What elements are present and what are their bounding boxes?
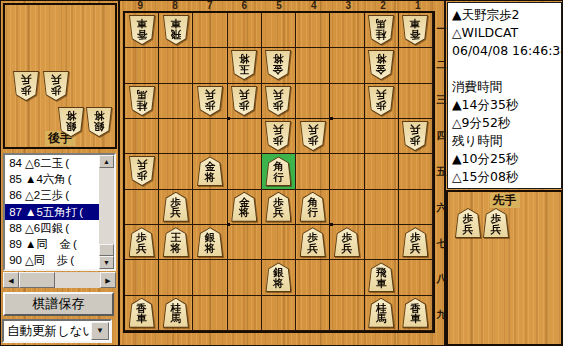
info-line [452, 60, 561, 78]
info-line: △WILDCAT [452, 24, 561, 42]
gote-hand-tray: 後手 歩兵歩兵銀将銀将 [3, 3, 117, 149]
piece-kanji: 兵 [21, 75, 32, 86]
piece-kanji: 金 [376, 65, 387, 76]
piece-kanji: 香 [136, 30, 147, 41]
rank-label: 一 [436, 11, 447, 47]
move-list-vertical-scrollbar[interactable]: ▲ ▼ [99, 155, 114, 269]
piece-kanji: 兵 [410, 243, 421, 254]
shogi-piece-sente-銀将[interactable]: 銀将 [265, 262, 291, 292]
scroll-left-icon[interactable]: ◀ [3, 272, 19, 288]
square-8三[interactable] [159, 84, 193, 119]
shogi-piece-sente-歩兵[interactable]: 歩兵 [300, 227, 326, 257]
square-4一[interactable] [296, 13, 330, 48]
square-6三[interactable]: 歩兵 [228, 84, 262, 119]
piece-kanji: 車 [171, 19, 182, 30]
square-5二[interactable]: 金将 [262, 48, 296, 83]
piece-kanji: 歩 [51, 86, 62, 97]
square-5七[interactable] [262, 225, 296, 260]
file-label: 8 [158, 1, 193, 11]
move-text: 90 [7, 252, 22, 268]
square-5六[interactable]: 歩兵 [262, 190, 296, 225]
square-9六[interactable] [125, 190, 159, 225]
file-label: 6 [227, 1, 262, 11]
square-9九[interactable]: 香車 [125, 296, 159, 331]
square-6四[interactable] [228, 119, 262, 154]
square-3五[interactable] [330, 154, 364, 189]
shogi-piece-sente-角行[interactable]: 角行 [300, 192, 326, 222]
piece-kanji: 歩 [205, 100, 216, 111]
piece-kanji: 歩 [463, 213, 474, 224]
piece-kanji: 兵 [171, 207, 182, 218]
square-9二[interactable] [125, 48, 159, 83]
scroll-down-icon[interactable]: ▼ [99, 256, 114, 269]
square-3二[interactable] [330, 48, 364, 83]
move-text: 87 [7, 204, 22, 220]
piece-kanji: 兵 [491, 224, 502, 235]
square-8七[interactable]: 王将 [159, 225, 193, 260]
move-text: ( [70, 254, 74, 266]
piece-kanji: 歩 [307, 136, 318, 147]
piece-kanji: 兵 [273, 90, 284, 101]
star-point [227, 117, 230, 120]
square-4三[interactable] [296, 84, 330, 119]
shogi-piece-gote-桂馬[interactable]: 桂馬 [129, 86, 155, 116]
square-7二[interactable] [193, 48, 227, 83]
piece-kanji: 将 [239, 207, 250, 218]
shogi-piece-sente-歩兵[interactable]: 歩兵 [402, 227, 428, 257]
move-text: 84 [7, 155, 22, 171]
move-list-row-84[interactable]: 84△6二玉( [5, 155, 99, 171]
piece-kanji: 兵 [273, 125, 284, 136]
square-7六[interactable] [193, 190, 227, 225]
shogi-piece-gote-金将[interactable]: 金将 [368, 50, 394, 80]
move-list-rows: 84△6二玉(85▲4六角(86△2三歩(87▲5五角打(88△6四銀(89▲同… [5, 155, 99, 269]
square-9四[interactable] [125, 119, 159, 154]
move-text: ( [79, 206, 83, 218]
piece-kanji: 車 [136, 313, 147, 324]
piece-kanji: 兵 [307, 243, 318, 254]
piece-kanji: 将 [205, 172, 216, 183]
file-label: 1 [400, 1, 435, 11]
square-6八[interactable] [228, 260, 262, 295]
file-label: 9 [123, 1, 158, 11]
piece-kanji: 兵 [410, 125, 421, 136]
piece-kanji: 歩 [239, 100, 250, 111]
piece-kanji: 歩 [376, 100, 387, 111]
piece-kanji: 兵 [463, 224, 474, 235]
piece-kanji: 行 [273, 172, 284, 183]
star-point [330, 117, 333, 120]
square-2八[interactable]: 飛車 [365, 260, 399, 295]
shogi-piece-sente-角行[interactable]: 角行 [265, 156, 291, 186]
shogi-piece-gote-香車[interactable]: 香車 [402, 15, 428, 45]
square-7三[interactable]: 歩兵 [193, 84, 227, 119]
shogi-piece-gote-飛車[interactable]: 飛車 [163, 15, 189, 45]
square-4四[interactable]: 歩兵 [296, 119, 330, 154]
move-text: ( [73, 238, 77, 250]
info-line: ▲天野宗歩2 [452, 6, 561, 24]
info-line: 06/04/08 16:46:34 [452, 42, 561, 60]
piece-kanji: 桂 [376, 30, 387, 41]
shogi-piece-gote-銀将[interactable]: 銀将 [86, 107, 112, 137]
square-9一[interactable]: 香車 [125, 13, 159, 48]
shogi-board: 香車飛車桂馬香車玉将金将金将桂馬歩兵歩兵歩兵歩兵歩兵歩兵歩兵歩兵金将角行歩兵金将… [123, 11, 435, 333]
shogi-piece-gote-歩兵[interactable]: 歩兵 [43, 71, 69, 101]
vertical-scroll-thumb[interactable] [99, 244, 114, 256]
square-3六[interactable] [330, 190, 364, 225]
move-list-row-86[interactable]: 86△2三歩( [5, 187, 99, 203]
sente-hand-tray: 先手 歩兵歩兵 [446, 190, 563, 346]
piece-kanji: 兵 [376, 90, 387, 101]
move-list-row-90[interactable]: 90△同 歩( [5, 252, 99, 268]
piece-kanji: 歩 [273, 100, 284, 111]
square-1六[interactable] [399, 190, 433, 225]
shogi-client-window: 後手 歩兵歩兵銀将銀将 84△6二玉(85▲4六角(86△2三歩(87▲5五角打… [0, 0, 563, 346]
shogi-piece-gote-歩兵[interactable]: 歩兵 [368, 86, 394, 116]
shogi-piece-sente-歩兵[interactable]: 歩兵 [129, 227, 155, 257]
square-9七[interactable]: 歩兵 [125, 225, 159, 260]
square-7五[interactable]: 金将 [193, 154, 227, 189]
shogi-piece-gote-歩兵[interactable]: 歩兵 [231, 86, 257, 116]
shogi-piece-gote-香車[interactable]: 香車 [129, 15, 155, 45]
piece-kanji: 銀 [66, 122, 77, 133]
square-7九[interactable] [193, 296, 227, 331]
piece-kanji: 車 [410, 313, 421, 324]
piece-kanji: 兵 [307, 125, 318, 136]
shogi-piece-sente-歩兵[interactable]: 歩兵 [455, 208, 481, 238]
square-6六[interactable]: 金将 [228, 190, 262, 225]
shogi-piece-sente-金将[interactable]: 金将 [231, 192, 257, 222]
piece-kanji: 馬 [376, 19, 387, 30]
move-text: 85 [7, 171, 22, 187]
square-6七[interactable] [228, 225, 262, 260]
square-1二[interactable] [399, 48, 433, 83]
square-1九[interactable]: 香車 [399, 296, 433, 331]
piece-kanji: 将 [171, 243, 182, 254]
shogi-piece-gote-歩兵[interactable]: 歩兵 [265, 86, 291, 116]
auto-update-dropdown-value: 自動更新しない [7, 323, 95, 340]
file-label: 2 [366, 1, 401, 11]
shogi-piece-gote-桂馬[interactable]: 桂馬 [368, 15, 394, 45]
shogi-piece-sente-桂馬[interactable]: 桂馬 [368, 298, 394, 328]
dropdown-arrow-icon[interactable]: ▼ [91, 322, 109, 340]
piece-kanji: 行 [307, 207, 318, 218]
square-1五[interactable] [399, 154, 433, 189]
move-text: 89 [7, 236, 22, 252]
square-2九[interactable]: 桂馬 [365, 296, 399, 331]
piece-kanji: 将 [376, 54, 387, 65]
square-8四[interactable] [159, 119, 193, 154]
piece-kanji: 玉 [239, 65, 250, 76]
piece-kanji: 歩 [21, 86, 32, 97]
move-text: 86 [7, 187, 22, 203]
square-4二[interactable] [296, 48, 330, 83]
square-8六[interactable]: 歩兵 [159, 190, 193, 225]
square-2四[interactable] [365, 119, 399, 154]
square-4九[interactable] [296, 296, 330, 331]
move-text: ▲同 金 [25, 238, 71, 250]
piece-kanji: 銀 [94, 122, 105, 133]
scroll-right-icon[interactable]: ▶ [100, 272, 116, 288]
square-5三[interactable]: 歩兵 [262, 84, 296, 119]
piece-kanji: 兵 [342, 243, 353, 254]
info-line: 残り時間 [452, 132, 561, 150]
piece-kanji: 兵 [136, 160, 147, 171]
piece-kanji: 兵 [205, 90, 216, 101]
square-3四[interactable] [330, 119, 364, 154]
piece-kanji: 将 [66, 111, 77, 122]
square-1八[interactable] [399, 260, 433, 295]
square-5九[interactable] [262, 296, 296, 331]
shogi-piece-sente-歩兵[interactable]: 歩兵 [163, 192, 189, 222]
file-label: 4 [296, 1, 331, 11]
square-2三[interactable]: 歩兵 [365, 84, 399, 119]
piece-kanji: 車 [410, 19, 421, 30]
piece-kanji: 歩 [410, 136, 421, 147]
piece-kanji: 歩 [136, 171, 147, 182]
auto-update-dropdown[interactable]: 自動更新しない ▼ [2, 319, 112, 343]
square-8二[interactable] [159, 48, 193, 83]
file-label: 7 [192, 1, 227, 11]
piece-kanji: 兵 [51, 75, 62, 86]
piece-kanji: 馬 [136, 90, 147, 101]
square-2一[interactable]: 桂馬 [365, 13, 399, 48]
square-7一[interactable] [193, 13, 227, 48]
shogi-piece-gote-歩兵[interactable]: 歩兵 [197, 86, 223, 116]
move-text: △同 歩 [25, 254, 68, 266]
square-3三[interactable] [330, 84, 364, 119]
square-9五[interactable]: 歩兵 [125, 154, 159, 189]
info-line: ▲14分35秒 [452, 96, 561, 114]
piece-kanji: 将 [94, 111, 105, 122]
info-panel-lines: ▲天野宗歩2△WILDCAT06/04/08 16:46:34 消費時間▲14分… [452, 6, 561, 186]
square-2五[interactable] [365, 154, 399, 189]
square-6二[interactable]: 玉将 [228, 48, 262, 83]
shogi-piece-sente-歩兵[interactable]: 歩兵 [334, 227, 360, 257]
horizontal-scroll-thumb[interactable] [19, 272, 55, 288]
square-4七[interactable]: 歩兵 [296, 225, 330, 260]
shogi-piece-sente-歩兵[interactable]: 歩兵 [265, 192, 291, 222]
piece-kanji: 馬 [376, 313, 387, 324]
info-line: ▲10分25秒 [452, 150, 561, 168]
file-labels: 987654321 [123, 1, 435, 11]
square-2二[interactable]: 金将 [365, 48, 399, 83]
piece-kanji: 香 [410, 30, 421, 41]
move-text: ( [65, 222, 69, 234]
piece-kanji: 馬 [171, 313, 182, 324]
piece-kanji: 桂 [136, 100, 147, 111]
move-text: 88 [7, 220, 22, 236]
left-separator [118, 1, 120, 346]
rank-label: 四 [436, 118, 447, 154]
piece-kanji: 将 [239, 54, 250, 65]
info-line: 消費時間 [452, 78, 561, 96]
move-text: ▲5五角打 [25, 206, 77, 218]
star-point [227, 223, 230, 226]
square-7八[interactable] [193, 260, 227, 295]
square-3九[interactable] [330, 296, 364, 331]
square-8八[interactable] [159, 260, 193, 295]
square-4六[interactable]: 角行 [296, 190, 330, 225]
move-list-horizontal-scrollbar[interactable]: ◀ ▶ [3, 272, 116, 288]
piece-kanji: 兵 [239, 90, 250, 101]
shogi-piece-gote-歩兵[interactable]: 歩兵 [265, 121, 291, 151]
shogi-piece-sente-桂馬[interactable]: 桂馬 [163, 298, 189, 328]
square-8一[interactable]: 飛車 [159, 13, 193, 48]
star-point [330, 223, 333, 226]
shogi-piece-sente-香車[interactable]: 香車 [402, 298, 428, 328]
square-5五[interactable]: 角行 [262, 154, 296, 189]
shogi-piece-sente-香車[interactable]: 香車 [129, 298, 155, 328]
move-text: △6四銀 [25, 222, 63, 234]
square-6九[interactable] [228, 296, 262, 331]
rank-label: 五 [436, 154, 447, 190]
square-2六[interactable] [365, 190, 399, 225]
move-list-row-85[interactable]: 85▲4六角( [5, 171, 99, 187]
piece-kanji: 金 [273, 65, 284, 76]
game-info-panel: ▲天野宗歩2△WILDCAT06/04/08 16:46:34 消費時間▲14分… [447, 2, 562, 189]
square-3七[interactable]: 歩兵 [330, 225, 364, 260]
square-5一[interactable] [262, 13, 296, 48]
square-4八[interactable] [296, 260, 330, 295]
move-text: △2三歩 [25, 189, 63, 201]
piece-kanji: 飛 [171, 30, 182, 41]
square-6一[interactable] [228, 13, 262, 48]
piece-kanji: 車 [136, 19, 147, 30]
move-text: △6二玉 [25, 157, 63, 169]
move-list-row-87[interactable]: 87▲5五角打( [5, 204, 99, 220]
shogi-piece-sente-飛車[interactable]: 飛車 [368, 262, 394, 292]
info-line: △15分08秒 [452, 168, 561, 186]
piece-kanji: 兵 [136, 243, 147, 254]
shogi-piece-sente-金将[interactable]: 金将 [197, 156, 223, 186]
square-1四[interactable]: 歩兵 [399, 119, 433, 154]
info-line: △9分52秒 [452, 114, 561, 132]
square-1一[interactable]: 香車 [399, 13, 433, 48]
file-label: 3 [331, 1, 366, 11]
move-list-row-89[interactable]: 89▲同 金( [5, 236, 99, 252]
square-3一[interactable] [330, 13, 364, 48]
piece-kanji: 車 [376, 278, 387, 289]
move-text: ( [65, 189, 69, 201]
square-7七[interactable]: 銀将 [193, 225, 227, 260]
shogi-piece-gote-金将[interactable]: 金将 [265, 50, 291, 80]
shogi-piece-gote-歩兵[interactable]: 歩兵 [129, 156, 155, 186]
square-5四[interactable]: 歩兵 [262, 119, 296, 154]
piece-kanji: 歩 [491, 213, 502, 224]
sente-label: 先手 [490, 193, 520, 208]
square-6五[interactable] [228, 154, 262, 189]
square-4五[interactable] [296, 154, 330, 189]
scroll-up-icon[interactable]: ▲ [99, 155, 114, 168]
shogi-piece-gote-玉将[interactable]: 玉将 [231, 50, 257, 80]
square-5八[interactable]: 銀将 [262, 260, 296, 295]
piece-kanji: 兵 [273, 207, 284, 218]
move-text: ( [68, 173, 72, 185]
shogi-piece-gote-歩兵[interactable]: 歩兵 [13, 71, 39, 101]
square-9八[interactable] [125, 260, 159, 295]
square-1三[interactable] [399, 84, 433, 119]
square-1七[interactable]: 歩兵 [399, 225, 433, 260]
piece-kanji: 将 [205, 243, 216, 254]
shogi-piece-sente-王将[interactable]: 王将 [163, 227, 189, 257]
piece-kanji: 将 [273, 54, 284, 65]
rank-label: 三 [436, 83, 447, 119]
move-text: ( [65, 157, 69, 169]
save-kifu-button[interactable]: 棋譜保存 [3, 292, 114, 316]
piece-kanji: 歩 [273, 136, 284, 147]
square-8九[interactable]: 桂馬 [159, 296, 193, 331]
shogi-piece-sente-歩兵[interactable]: 歩兵 [483, 208, 509, 238]
square-7四[interactable] [193, 119, 227, 154]
square-8五[interactable] [159, 154, 193, 189]
square-9三[interactable]: 桂馬 [125, 84, 159, 119]
piece-kanji: 将 [273, 278, 284, 289]
move-text: ▲4六角 [25, 173, 66, 185]
shogi-piece-gote-歩兵[interactable]: 歩兵 [300, 121, 326, 151]
file-label: 5 [262, 1, 297, 11]
square-3八[interactable] [330, 260, 364, 295]
rank-label: 二 [436, 47, 447, 83]
shogi-piece-gote-歩兵[interactable]: 歩兵 [402, 121, 428, 151]
square-2七[interactable] [365, 225, 399, 260]
move-list[interactable]: 84△6二玉(85▲4六角(86△2三歩(87▲5五角打(88△6四銀(89▲同… [3, 153, 116, 271]
shogi-piece-sente-銀将[interactable]: 銀将 [197, 227, 223, 257]
shogi-piece-gote-銀将[interactable]: 銀将 [58, 107, 84, 137]
move-list-row-88[interactable]: 88△6四銀( [5, 220, 99, 236]
